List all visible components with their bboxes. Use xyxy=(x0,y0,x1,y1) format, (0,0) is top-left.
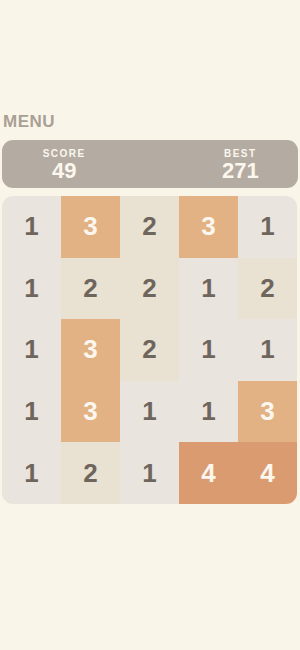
tile-r4c2[interactable]: 3 xyxy=(61,381,120,443)
tile-r1c2[interactable]: 3 xyxy=(61,196,120,258)
app-screen: MENU SCORE 49 BEST 271 13231122121321113… xyxy=(0,0,300,650)
tile-r2c2[interactable]: 2 xyxy=(61,258,120,320)
tile-r3c5[interactable]: 1 xyxy=(238,319,297,381)
tile-r5c1[interactable]: 1 xyxy=(2,442,61,504)
tile-r5c4[interactable]: 4 xyxy=(179,442,238,504)
tile-r3c1[interactable]: 1 xyxy=(2,319,61,381)
best-value: 271 xyxy=(222,161,259,181)
tile-r1c4[interactable]: 3 xyxy=(179,196,238,258)
tile-r2c5[interactable]: 2 xyxy=(238,258,297,320)
tile-r5c2[interactable]: 2 xyxy=(61,442,120,504)
tile-r2c3[interactable]: 2 xyxy=(120,258,179,320)
tile-r3c2[interactable]: 3 xyxy=(61,319,120,381)
tile-r4c5[interactable]: 3 xyxy=(238,381,297,443)
score-panel: SCORE 49 xyxy=(43,140,86,188)
game-board: 1323112212132111311312144 xyxy=(2,196,297,504)
tile-r3c3[interactable]: 2 xyxy=(120,319,179,381)
tile-r4c4[interactable]: 1 xyxy=(179,381,238,443)
tile-r4c3[interactable]: 1 xyxy=(120,381,179,443)
tile-r4c1[interactable]: 1 xyxy=(2,381,61,443)
tile-r1c1[interactable]: 1 xyxy=(2,196,61,258)
best-panel: BEST 271 xyxy=(222,140,259,188)
scoreboard: SCORE 49 BEST 271 xyxy=(2,140,298,188)
tile-r2c4[interactable]: 1 xyxy=(179,258,238,320)
tile-r5c5[interactable]: 4 xyxy=(238,442,297,504)
score-value: 49 xyxy=(43,161,86,181)
tile-r2c1[interactable]: 1 xyxy=(2,258,61,320)
tile-r3c4[interactable]: 1 xyxy=(179,319,238,381)
tile-r1c3[interactable]: 2 xyxy=(120,196,179,258)
menu-button[interactable]: MENU xyxy=(3,112,55,132)
tile-r1c5[interactable]: 1 xyxy=(238,196,297,258)
tile-r5c3[interactable]: 1 xyxy=(120,442,179,504)
